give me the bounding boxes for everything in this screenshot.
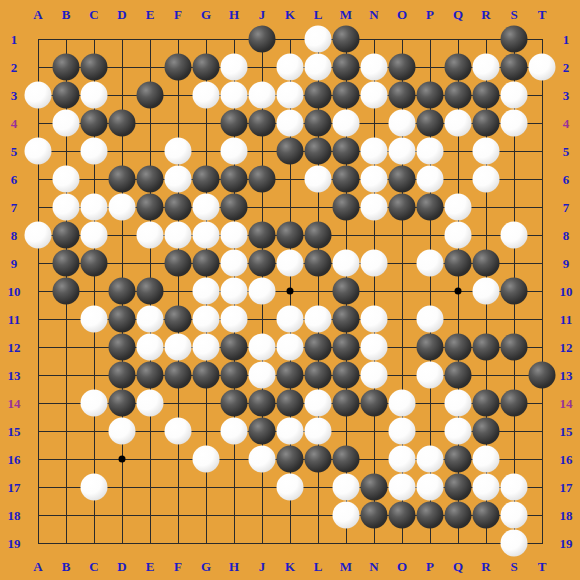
grid-line-vertical xyxy=(542,39,543,544)
black-stone-F13[interactable] xyxy=(165,362,192,389)
row-label-5: 5 xyxy=(563,145,570,158)
black-stone-M13[interactable] xyxy=(333,362,360,389)
white-stone-L2[interactable] xyxy=(305,54,332,81)
white-stone-N2[interactable] xyxy=(361,54,388,81)
grid-line-vertical xyxy=(374,39,375,544)
row-label-10: 10 xyxy=(8,285,21,298)
black-stone-B8[interactable] xyxy=(53,222,80,249)
row-label-8: 8 xyxy=(11,229,18,242)
col-label-A: A xyxy=(33,560,42,573)
black-stone-C9[interactable] xyxy=(81,250,108,277)
black-stone-S2[interactable] xyxy=(501,54,528,81)
black-stone-Q18[interactable] xyxy=(445,502,472,529)
black-stone-M7[interactable] xyxy=(333,194,360,221)
white-stone-E14[interactable] xyxy=(137,390,164,417)
col-label-B: B xyxy=(62,560,71,573)
black-stone-E13[interactable] xyxy=(137,362,164,389)
white-stone-Q14[interactable] xyxy=(445,390,472,417)
col-label-N: N xyxy=(369,8,378,21)
grid-line-vertical xyxy=(178,39,179,544)
white-stone-P6[interactable] xyxy=(417,166,444,193)
row-label-5: 5 xyxy=(11,145,18,158)
black-stone-L16[interactable] xyxy=(305,446,332,473)
black-stone-E6[interactable] xyxy=(137,166,164,193)
white-stone-Q4[interactable] xyxy=(445,110,472,137)
white-stone-F6[interactable] xyxy=(165,166,192,193)
white-stone-J3[interactable] xyxy=(249,82,276,109)
white-stone-Q15[interactable] xyxy=(445,418,472,445)
col-label-J: J xyxy=(259,8,266,21)
col-label-E: E xyxy=(146,8,155,21)
white-stone-A3[interactable] xyxy=(25,82,52,109)
white-stone-K15[interactable] xyxy=(277,418,304,445)
black-stone-N17[interactable] xyxy=(361,474,388,501)
black-stone-D12[interactable] xyxy=(109,334,136,361)
black-stone-M16[interactable] xyxy=(333,446,360,473)
white-stone-C14[interactable] xyxy=(81,390,108,417)
white-stone-K2[interactable] xyxy=(277,54,304,81)
black-stone-C4[interactable] xyxy=(81,110,108,137)
row-label-14: 14 xyxy=(8,397,21,410)
white-stone-T2[interactable] xyxy=(529,54,556,81)
white-stone-F5[interactable] xyxy=(165,138,192,165)
white-stone-J10[interactable] xyxy=(249,278,276,305)
black-stone-S10[interactable] xyxy=(501,278,528,305)
col-label-E: E xyxy=(146,560,155,573)
row-label-1: 1 xyxy=(11,33,18,46)
white-stone-K11[interactable] xyxy=(277,306,304,333)
white-stone-K4[interactable] xyxy=(277,110,304,137)
white-stone-L6[interactable] xyxy=(305,166,332,193)
white-stone-J12[interactable] xyxy=(249,334,276,361)
black-stone-M11[interactable] xyxy=(333,306,360,333)
col-label-H: H xyxy=(229,8,239,21)
black-stone-J8[interactable] xyxy=(249,222,276,249)
white-stone-H3[interactable] xyxy=(221,82,248,109)
black-stone-J15[interactable] xyxy=(249,418,276,445)
black-stone-Q9[interactable] xyxy=(445,250,472,277)
white-stone-S17[interactable] xyxy=(501,474,528,501)
black-stone-P12[interactable] xyxy=(417,334,444,361)
white-stone-A5[interactable] xyxy=(25,138,52,165)
col-label-B: B xyxy=(62,8,71,21)
col-label-C: C xyxy=(89,8,98,21)
row-label-11: 11 xyxy=(560,313,572,326)
black-stone-M6[interactable] xyxy=(333,166,360,193)
row-label-12: 12 xyxy=(560,341,573,354)
black-stone-M1[interactable] xyxy=(333,26,360,53)
black-stone-L12[interactable] xyxy=(305,334,332,361)
col-label-J: J xyxy=(259,560,266,573)
white-stone-H11[interactable] xyxy=(221,306,248,333)
black-stone-P3[interactable] xyxy=(417,82,444,109)
row-label-4: 4 xyxy=(11,117,18,130)
white-stone-G10[interactable] xyxy=(193,278,220,305)
white-stone-K12[interactable] xyxy=(277,334,304,361)
black-stone-H7[interactable] xyxy=(221,194,248,221)
white-stone-Q7[interactable] xyxy=(445,194,472,221)
black-stone-B10[interactable] xyxy=(53,278,80,305)
row-label-12: 12 xyxy=(8,341,21,354)
col-label-M: M xyxy=(340,560,352,573)
black-stone-J4[interactable] xyxy=(249,110,276,137)
white-stone-B6[interactable] xyxy=(53,166,80,193)
row-label-14: 14 xyxy=(560,397,573,410)
black-stone-K16[interactable] xyxy=(277,446,304,473)
white-stone-R17[interactable] xyxy=(473,474,500,501)
go-board[interactable]: AABBCCDDEEFFGGHHJJKKLLMMNNOOPPQQRRSSTT11… xyxy=(0,0,580,580)
black-stone-M12[interactable] xyxy=(333,334,360,361)
row-label-16: 16 xyxy=(560,453,573,466)
white-stone-L1[interactable] xyxy=(305,26,332,53)
black-stone-Q2[interactable] xyxy=(445,54,472,81)
white-stone-R5[interactable] xyxy=(473,138,500,165)
white-stone-Q8[interactable] xyxy=(445,222,472,249)
col-label-F: F xyxy=(174,8,182,21)
black-stone-L8[interactable] xyxy=(305,222,332,249)
col-label-O: O xyxy=(397,560,407,573)
black-stone-R14[interactable] xyxy=(473,390,500,417)
white-stone-C17[interactable] xyxy=(81,474,108,501)
white-stone-R16[interactable] xyxy=(473,446,500,473)
row-label-7: 7 xyxy=(11,201,18,214)
black-stone-B2[interactable] xyxy=(53,54,80,81)
black-stone-O6[interactable] xyxy=(389,166,416,193)
white-stone-E12[interactable] xyxy=(137,334,164,361)
white-stone-B4[interactable] xyxy=(53,110,80,137)
black-stone-H13[interactable] xyxy=(221,362,248,389)
col-label-A: A xyxy=(33,8,42,21)
black-stone-L13[interactable] xyxy=(305,362,332,389)
col-label-H: H xyxy=(229,560,239,573)
white-stone-G11[interactable] xyxy=(193,306,220,333)
black-stone-G6[interactable] xyxy=(193,166,220,193)
white-stone-P9[interactable] xyxy=(417,250,444,277)
black-stone-G2[interactable] xyxy=(193,54,220,81)
white-stone-S18[interactable] xyxy=(501,502,528,529)
white-stone-G8[interactable] xyxy=(193,222,220,249)
white-stone-J13[interactable] xyxy=(249,362,276,389)
black-stone-C2[interactable] xyxy=(81,54,108,81)
white-stone-P11[interactable] xyxy=(417,306,444,333)
white-stone-B7[interactable] xyxy=(53,194,80,221)
row-label-17: 17 xyxy=(560,481,573,494)
white-stone-K17[interactable] xyxy=(277,474,304,501)
black-stone-L9[interactable] xyxy=(305,250,332,277)
black-stone-L3[interactable] xyxy=(305,82,332,109)
white-stone-D15[interactable] xyxy=(109,418,136,445)
col-label-G: G xyxy=(201,560,211,573)
black-stone-B9[interactable] xyxy=(53,250,80,277)
row-label-13: 13 xyxy=(560,369,573,382)
col-label-S: S xyxy=(510,560,517,573)
col-label-T: T xyxy=(538,8,547,21)
black-stone-K5[interactable] xyxy=(277,138,304,165)
black-stone-O3[interactable] xyxy=(389,82,416,109)
white-stone-F12[interactable] xyxy=(165,334,192,361)
row-label-2: 2 xyxy=(563,61,570,74)
col-label-L: L xyxy=(314,560,323,573)
row-label-3: 3 xyxy=(11,89,18,102)
white-stone-N13[interactable] xyxy=(361,362,388,389)
white-stone-H9[interactable] xyxy=(221,250,248,277)
white-stone-O4[interactable] xyxy=(389,110,416,137)
white-stone-P17[interactable] xyxy=(417,474,444,501)
white-stone-S8[interactable] xyxy=(501,222,528,249)
col-label-Q: Q xyxy=(453,8,463,21)
white-stone-C3[interactable] xyxy=(81,82,108,109)
white-stone-S19[interactable] xyxy=(501,530,528,557)
row-label-3: 3 xyxy=(563,89,570,102)
black-stone-E10[interactable] xyxy=(137,278,164,305)
black-stone-J1[interactable] xyxy=(249,26,276,53)
white-stone-M18[interactable] xyxy=(333,502,360,529)
row-label-6: 6 xyxy=(563,173,570,186)
row-label-8: 8 xyxy=(563,229,570,242)
black-stone-Q16[interactable] xyxy=(445,446,472,473)
white-stone-L14[interactable] xyxy=(305,390,332,417)
white-stone-K3[interactable] xyxy=(277,82,304,109)
row-label-17: 17 xyxy=(8,481,21,494)
black-stone-H4[interactable] xyxy=(221,110,248,137)
row-label-9: 9 xyxy=(563,257,570,270)
white-stone-P16[interactable] xyxy=(417,446,444,473)
black-stone-R15[interactable] xyxy=(473,418,500,445)
black-stone-D14[interactable] xyxy=(109,390,136,417)
star-point-K10 xyxy=(287,288,294,295)
row-label-18: 18 xyxy=(8,509,21,522)
row-label-9: 9 xyxy=(11,257,18,270)
black-stone-D4[interactable] xyxy=(109,110,136,137)
black-stone-S12[interactable] xyxy=(501,334,528,361)
white-stone-R2[interactable] xyxy=(473,54,500,81)
black-stone-F2[interactable] xyxy=(165,54,192,81)
black-stone-L5[interactable] xyxy=(305,138,332,165)
col-label-N: N xyxy=(369,560,378,573)
black-stone-R12[interactable] xyxy=(473,334,500,361)
row-label-13: 13 xyxy=(8,369,21,382)
black-stone-E3[interactable] xyxy=(137,82,164,109)
white-stone-G3[interactable] xyxy=(193,82,220,109)
white-stone-O16[interactable] xyxy=(389,446,416,473)
row-label-19: 19 xyxy=(560,537,573,550)
black-stone-J14[interactable] xyxy=(249,390,276,417)
black-stone-Q3[interactable] xyxy=(445,82,472,109)
black-stone-Q12[interactable] xyxy=(445,334,472,361)
black-stone-N18[interactable] xyxy=(361,502,388,529)
col-label-L: L xyxy=(314,8,323,21)
black-stone-G13[interactable] xyxy=(193,362,220,389)
black-stone-D6[interactable] xyxy=(109,166,136,193)
star-point-D16 xyxy=(119,456,126,463)
black-stone-P18[interactable] xyxy=(417,502,444,529)
black-stone-M14[interactable] xyxy=(333,390,360,417)
white-stone-M4[interactable] xyxy=(333,110,360,137)
black-stone-N14[interactable] xyxy=(361,390,388,417)
row-label-15: 15 xyxy=(8,425,21,438)
white-stone-N9[interactable] xyxy=(361,250,388,277)
white-stone-G16[interactable] xyxy=(193,446,220,473)
black-stone-P4[interactable] xyxy=(417,110,444,137)
white-stone-D7[interactable] xyxy=(109,194,136,221)
black-stone-M2[interactable] xyxy=(333,54,360,81)
black-stone-R9[interactable] xyxy=(473,250,500,277)
black-stone-D13[interactable] xyxy=(109,362,136,389)
white-stone-P13[interactable] xyxy=(417,362,444,389)
row-label-4: 4 xyxy=(563,117,570,130)
col-label-M: M xyxy=(340,8,352,21)
black-stone-F9[interactable] xyxy=(165,250,192,277)
white-stone-O17[interactable] xyxy=(389,474,416,501)
black-stone-L4[interactable] xyxy=(305,110,332,137)
white-stone-C7[interactable] xyxy=(81,194,108,221)
white-stone-N5[interactable] xyxy=(361,138,388,165)
white-stone-M17[interactable] xyxy=(333,474,360,501)
black-stone-Q17[interactable] xyxy=(445,474,472,501)
white-stone-R10[interactable] xyxy=(473,278,500,305)
white-stone-C11[interactable] xyxy=(81,306,108,333)
black-stone-H14[interactable] xyxy=(221,390,248,417)
black-stone-H6[interactable] xyxy=(221,166,248,193)
black-stone-P7[interactable] xyxy=(417,194,444,221)
white-stone-A8[interactable] xyxy=(25,222,52,249)
white-stone-N6[interactable] xyxy=(361,166,388,193)
col-label-O: O xyxy=(397,8,407,21)
row-label-6: 6 xyxy=(11,173,18,186)
col-label-P: P xyxy=(426,8,434,21)
white-stone-K9[interactable] xyxy=(277,250,304,277)
black-stone-T13[interactable] xyxy=(529,362,556,389)
white-stone-E8[interactable] xyxy=(137,222,164,249)
black-stone-R4[interactable] xyxy=(473,110,500,137)
white-stone-C5[interactable] xyxy=(81,138,108,165)
row-label-15: 15 xyxy=(560,425,573,438)
black-stone-Q13[interactable] xyxy=(445,362,472,389)
black-stone-E7[interactable] xyxy=(137,194,164,221)
white-stone-N3[interactable] xyxy=(361,82,388,109)
white-stone-J16[interactable] xyxy=(249,446,276,473)
row-label-11: 11 xyxy=(8,313,20,326)
white-stone-O14[interactable] xyxy=(389,390,416,417)
black-stone-F11[interactable] xyxy=(165,306,192,333)
white-stone-S4[interactable] xyxy=(501,110,528,137)
white-stone-M9[interactable] xyxy=(333,250,360,277)
row-label-7: 7 xyxy=(563,201,570,214)
white-stone-L15[interactable] xyxy=(305,418,332,445)
black-stone-M3[interactable] xyxy=(333,82,360,109)
black-stone-O18[interactable] xyxy=(389,502,416,529)
white-stone-H10[interactable] xyxy=(221,278,248,305)
row-label-19: 19 xyxy=(8,537,21,550)
row-label-16: 16 xyxy=(8,453,21,466)
row-label-10: 10 xyxy=(560,285,573,298)
col-label-D: D xyxy=(117,8,126,21)
white-stone-L11[interactable] xyxy=(305,306,332,333)
star-point-Q10 xyxy=(455,288,462,295)
col-label-Q: Q xyxy=(453,560,463,573)
black-stone-J6[interactable] xyxy=(249,166,276,193)
white-stone-H8[interactable] xyxy=(221,222,248,249)
col-label-F: F xyxy=(174,560,182,573)
white-stone-N11[interactable] xyxy=(361,306,388,333)
black-stone-O7[interactable] xyxy=(389,194,416,221)
black-stone-K13[interactable] xyxy=(277,362,304,389)
white-stone-H5[interactable] xyxy=(221,138,248,165)
col-label-S: S xyxy=(510,8,517,21)
black-stone-M10[interactable] xyxy=(333,278,360,305)
black-stone-O2[interactable] xyxy=(389,54,416,81)
white-stone-N12[interactable] xyxy=(361,334,388,361)
col-label-R: R xyxy=(481,560,490,573)
black-stone-R3[interactable] xyxy=(473,82,500,109)
row-label-18: 18 xyxy=(560,509,573,522)
white-stone-G7[interactable] xyxy=(193,194,220,221)
white-stone-E11[interactable] xyxy=(137,306,164,333)
white-stone-O15[interactable] xyxy=(389,418,416,445)
black-stone-D11[interactable] xyxy=(109,306,136,333)
grid-line-vertical xyxy=(38,39,39,544)
col-label-G: G xyxy=(201,8,211,21)
white-stone-R6[interactable] xyxy=(473,166,500,193)
white-stone-F15[interactable] xyxy=(165,418,192,445)
white-stone-P5[interactable] xyxy=(417,138,444,165)
black-stone-M5[interactable] xyxy=(333,138,360,165)
black-stone-R18[interactable] xyxy=(473,502,500,529)
black-stone-B3[interactable] xyxy=(53,82,80,109)
white-stone-C8[interactable] xyxy=(81,222,108,249)
black-stone-J9[interactable] xyxy=(249,250,276,277)
white-stone-O5[interactable] xyxy=(389,138,416,165)
row-label-2: 2 xyxy=(11,61,18,74)
white-stone-F8[interactable] xyxy=(165,222,192,249)
black-stone-G9[interactable] xyxy=(193,250,220,277)
col-label-C: C xyxy=(89,560,98,573)
col-label-D: D xyxy=(117,560,126,573)
white-stone-S3[interactable] xyxy=(501,82,528,109)
white-stone-G12[interactable] xyxy=(193,334,220,361)
black-stone-D10[interactable] xyxy=(109,278,136,305)
black-stone-K8[interactable] xyxy=(277,222,304,249)
col-label-T: T xyxy=(538,560,547,573)
black-stone-S1[interactable] xyxy=(501,26,528,53)
row-label-1: 1 xyxy=(563,33,570,46)
black-stone-S14[interactable] xyxy=(501,390,528,417)
black-stone-K14[interactable] xyxy=(277,390,304,417)
white-stone-H2[interactable] xyxy=(221,54,248,81)
col-label-K: K xyxy=(285,8,295,21)
col-label-R: R xyxy=(481,8,490,21)
white-stone-N7[interactable] xyxy=(361,194,388,221)
col-label-P: P xyxy=(426,560,434,573)
white-stone-H15[interactable] xyxy=(221,418,248,445)
black-stone-H12[interactable] xyxy=(221,334,248,361)
black-stone-F7[interactable] xyxy=(165,194,192,221)
col-label-K: K xyxy=(285,560,295,573)
